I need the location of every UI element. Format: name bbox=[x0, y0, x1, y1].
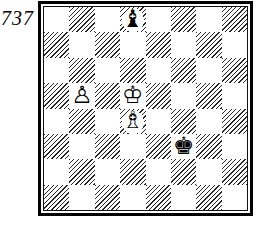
square-a3 bbox=[44, 134, 69, 159]
square-e5 bbox=[146, 83, 171, 108]
square-d1 bbox=[120, 185, 145, 210]
square-h3 bbox=[222, 134, 247, 159]
square-e4 bbox=[146, 109, 171, 134]
square-e3 bbox=[146, 134, 171, 159]
square-g7 bbox=[196, 32, 221, 57]
square-f7 bbox=[171, 32, 196, 57]
square-c7 bbox=[95, 32, 120, 57]
square-d2 bbox=[120, 159, 145, 184]
square-g4 bbox=[196, 109, 221, 134]
piece-white-king-d5: ♔ bbox=[122, 83, 144, 107]
square-a5 bbox=[44, 83, 69, 108]
square-f6 bbox=[171, 58, 196, 83]
square-d4: ♗ bbox=[120, 109, 145, 134]
square-h2 bbox=[222, 159, 247, 184]
square-g2 bbox=[196, 159, 221, 184]
square-a4 bbox=[44, 109, 69, 134]
square-c5 bbox=[95, 83, 120, 108]
square-c8 bbox=[95, 7, 120, 32]
square-c6 bbox=[95, 58, 120, 83]
chess-board-inner-frame: ♝♙♔♗♚ bbox=[43, 6, 248, 211]
square-d3 bbox=[120, 134, 145, 159]
square-g1 bbox=[196, 185, 221, 210]
square-g6 bbox=[196, 58, 221, 83]
square-a8 bbox=[44, 7, 69, 32]
square-d6 bbox=[120, 58, 145, 83]
square-f8 bbox=[171, 7, 196, 32]
square-c4 bbox=[95, 109, 120, 134]
square-h1 bbox=[222, 185, 247, 210]
chess-board: ♝♙♔♗♚ bbox=[44, 7, 247, 210]
square-e7 bbox=[146, 32, 171, 57]
square-g3 bbox=[196, 134, 221, 159]
diagram-number-label: 737 bbox=[1, 8, 34, 28]
square-f4 bbox=[171, 109, 196, 134]
square-c1 bbox=[95, 185, 120, 210]
square-c3 bbox=[95, 134, 120, 159]
square-f2 bbox=[171, 159, 196, 184]
square-h6 bbox=[222, 58, 247, 83]
square-h7 bbox=[222, 32, 247, 57]
square-b8 bbox=[69, 7, 94, 32]
square-f5 bbox=[171, 83, 196, 108]
square-d7 bbox=[120, 32, 145, 57]
square-e6 bbox=[146, 58, 171, 83]
square-a6 bbox=[44, 58, 69, 83]
square-d5: ♔ bbox=[120, 83, 145, 108]
square-b6 bbox=[69, 58, 94, 83]
square-c2 bbox=[95, 159, 120, 184]
square-b2 bbox=[69, 159, 94, 184]
square-a1 bbox=[44, 185, 69, 210]
chess-board-frame: ♝♙♔♗♚ bbox=[38, 1, 253, 216]
square-f3: ♚ bbox=[171, 134, 196, 159]
square-h8 bbox=[222, 7, 247, 32]
square-h4 bbox=[222, 109, 247, 134]
square-a7 bbox=[44, 32, 69, 57]
piece-black-bishop-d8: ♝ bbox=[122, 7, 144, 31]
square-b5: ♙ bbox=[69, 83, 94, 108]
square-e2 bbox=[146, 159, 171, 184]
square-b7 bbox=[69, 32, 94, 57]
square-b3 bbox=[69, 134, 94, 159]
square-b1 bbox=[69, 185, 94, 210]
square-g8 bbox=[196, 7, 221, 32]
square-a2 bbox=[44, 159, 69, 184]
square-f1 bbox=[171, 185, 196, 210]
square-e1 bbox=[146, 185, 171, 210]
square-h5 bbox=[222, 83, 247, 108]
square-g5 bbox=[196, 83, 221, 108]
piece-black-king-f3: ♚ bbox=[173, 134, 195, 158]
piece-white-bishop-d4: ♗ bbox=[122, 109, 144, 133]
square-e8 bbox=[146, 7, 171, 32]
piece-white-pawn-b5: ♙ bbox=[71, 83, 93, 107]
square-b4 bbox=[69, 109, 94, 134]
square-d8: ♝ bbox=[120, 7, 145, 32]
